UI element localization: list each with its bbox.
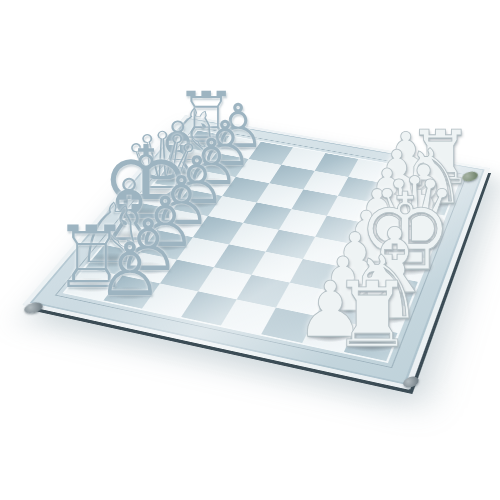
chess-board [22,115,490,390]
board-squares-grid [63,130,462,364]
glass-chess-set-photo: ♖♙♘♙♟♗♜♙♟♕♞♙♟♔♝♙♟♗♛♙♟♘♚♙♟♖♝♙♟♞♟♜ [0,0,500,500]
